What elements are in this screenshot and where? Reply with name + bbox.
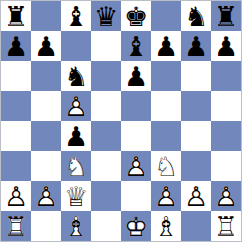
square-a7[interactable]: ♟ xyxy=(1,31,31,61)
square-h2[interactable]: ♟♙ xyxy=(211,181,241,211)
square-b5[interactable] xyxy=(31,91,61,121)
square-c2[interactable]: ♛♕ xyxy=(61,181,91,211)
square-d7[interactable] xyxy=(91,31,121,61)
black-king: ♚ xyxy=(121,1,151,31)
black-bishop: ♝ xyxy=(61,1,91,31)
square-h7[interactable]: ♟ xyxy=(211,31,241,61)
square-c1[interactable]: ♝♗ xyxy=(61,211,91,241)
square-b2[interactable]: ♟♙ xyxy=(31,181,61,211)
black-rook: ♜ xyxy=(211,1,241,31)
square-c6[interactable]: ♞ xyxy=(61,61,91,91)
white-bishop: ♝♗ xyxy=(61,211,91,241)
square-e4[interactable] xyxy=(121,121,151,151)
white-rook: ♜♖ xyxy=(211,211,241,241)
square-c5[interactable]: ♟♙ xyxy=(61,91,91,121)
square-b8[interactable] xyxy=(31,1,61,31)
square-f1[interactable]: ♝♗ xyxy=(151,211,181,241)
square-h6[interactable] xyxy=(211,61,241,91)
square-d6[interactable] xyxy=(91,61,121,91)
square-a1[interactable]: ♜♖ xyxy=(1,211,31,241)
black-bishop: ♝ xyxy=(121,31,151,61)
square-f8[interactable] xyxy=(151,1,181,31)
black-pawn: ♟ xyxy=(211,31,241,61)
square-h1[interactable]: ♜♖ xyxy=(211,211,241,241)
square-a3[interactable] xyxy=(1,151,31,181)
square-f4[interactable] xyxy=(151,121,181,151)
black-knight: ♞ xyxy=(181,1,211,31)
white-pawn: ♟♙ xyxy=(181,181,211,211)
square-c8[interactable]: ♝ xyxy=(61,1,91,31)
square-c7[interactable] xyxy=(61,31,91,61)
white-king: ♚♔ xyxy=(121,211,151,241)
white-pawn: ♟♙ xyxy=(31,181,61,211)
square-f6[interactable] xyxy=(151,61,181,91)
black-rook: ♜ xyxy=(1,1,31,31)
square-d4[interactable] xyxy=(91,121,121,151)
square-h8[interactable]: ♜ xyxy=(211,1,241,31)
square-b1[interactable] xyxy=(31,211,61,241)
chess-board-frame: ♜♝♛♚♞♜♟♟♝♟♟♟♞♟♟♙♟♞♘♟♙♞♘♟♙♟♙♛♕♟♙♟♙♟♙♜♖♝♗♚… xyxy=(0,0,242,242)
square-g7[interactable]: ♟ xyxy=(181,31,211,61)
white-pawn: ♟♙ xyxy=(61,91,91,121)
square-e1[interactable]: ♚♔ xyxy=(121,211,151,241)
square-a2[interactable]: ♟♙ xyxy=(1,181,31,211)
square-d2[interactable] xyxy=(91,181,121,211)
square-f3[interactable]: ♞♘ xyxy=(151,151,181,181)
white-queen: ♛♕ xyxy=(61,181,91,211)
square-d8[interactable]: ♛ xyxy=(91,1,121,31)
black-knight: ♞ xyxy=(61,61,91,91)
chess-board: ♜♝♛♚♞♜♟♟♝♟♟♟♞♟♟♙♟♞♘♟♙♞♘♟♙♟♙♛♕♟♙♟♙♟♙♜♖♝♗♚… xyxy=(1,1,241,241)
square-g5[interactable] xyxy=(181,91,211,121)
white-rook: ♜♖ xyxy=(1,211,31,241)
square-g4[interactable] xyxy=(181,121,211,151)
white-pawn: ♟♙ xyxy=(151,181,181,211)
black-queen: ♛ xyxy=(91,1,121,31)
square-e2[interactable] xyxy=(121,181,151,211)
square-d3[interactable] xyxy=(91,151,121,181)
white-knight: ♞♘ xyxy=(151,151,181,181)
square-e7[interactable]: ♝ xyxy=(121,31,151,61)
square-f2[interactable]: ♟♙ xyxy=(151,181,181,211)
square-b4[interactable] xyxy=(31,121,61,151)
square-h4[interactable] xyxy=(211,121,241,151)
square-a4[interactable] xyxy=(1,121,31,151)
black-pawn: ♟ xyxy=(121,61,151,91)
white-pawn: ♟♙ xyxy=(211,181,241,211)
square-a8[interactable]: ♜ xyxy=(1,1,31,31)
black-pawn: ♟ xyxy=(1,31,31,61)
square-g8[interactable]: ♞ xyxy=(181,1,211,31)
square-e6[interactable]: ♟ xyxy=(121,61,151,91)
square-a5[interactable] xyxy=(1,91,31,121)
square-a6[interactable] xyxy=(1,61,31,91)
black-pawn: ♟ xyxy=(61,121,91,151)
square-e8[interactable]: ♚ xyxy=(121,1,151,31)
black-pawn: ♟ xyxy=(151,31,181,61)
square-d1[interactable] xyxy=(91,211,121,241)
square-f7[interactable]: ♟ xyxy=(151,31,181,61)
square-e3[interactable]: ♟♙ xyxy=(121,151,151,181)
square-g1[interactable] xyxy=(181,211,211,241)
square-b3[interactable] xyxy=(31,151,61,181)
square-c4[interactable]: ♟ xyxy=(61,121,91,151)
square-h3[interactable] xyxy=(211,151,241,181)
square-b6[interactable] xyxy=(31,61,61,91)
square-g2[interactable]: ♟♙ xyxy=(181,181,211,211)
square-f5[interactable] xyxy=(151,91,181,121)
black-pawn: ♟ xyxy=(31,31,61,61)
square-e5[interactable] xyxy=(121,91,151,121)
square-b7[interactable]: ♟ xyxy=(31,31,61,61)
square-g3[interactable] xyxy=(181,151,211,181)
square-h5[interactable] xyxy=(211,91,241,121)
white-bishop: ♝♗ xyxy=(151,211,181,241)
white-pawn: ♟♙ xyxy=(121,151,151,181)
white-knight: ♞♘ xyxy=(61,151,91,181)
black-pawn: ♟ xyxy=(181,31,211,61)
white-pawn: ♟♙ xyxy=(1,181,31,211)
square-d5[interactable] xyxy=(91,91,121,121)
square-g6[interactable] xyxy=(181,61,211,91)
square-c3[interactable]: ♞♘ xyxy=(61,151,91,181)
